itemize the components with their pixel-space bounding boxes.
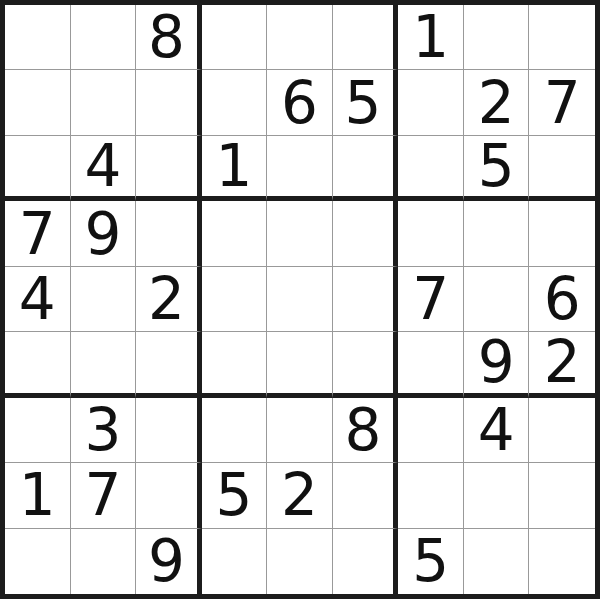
given-digit: 5 (345, 74, 382, 132)
given-digit: 5 (215, 466, 252, 524)
cell-r2c4[interactable] (202, 70, 268, 135)
given-digit: 4 (84, 137, 121, 195)
cell-r5c4[interactable] (202, 267, 268, 332)
cell-r3c9[interactable] (529, 136, 595, 201)
cell-r4c3[interactable] (136, 201, 202, 266)
cell-r3c2[interactable]: 4 (71, 136, 137, 201)
given-digit: 3 (84, 401, 121, 459)
given-digit: 7 (544, 74, 581, 132)
cell-r9c3[interactable]: 9 (136, 529, 202, 594)
cell-r7c3[interactable] (136, 398, 202, 463)
given-digit: 5 (412, 532, 449, 590)
cell-r5c8[interactable] (464, 267, 530, 332)
given-digit: 7 (412, 270, 449, 328)
cell-r6c3[interactable] (136, 332, 202, 397)
given-digit: 9 (84, 205, 121, 263)
cell-r7c7[interactable] (398, 398, 464, 463)
cell-r5c2[interactable] (71, 267, 137, 332)
cell-r1c9[interactable] (529, 5, 595, 70)
cell-r8c7[interactable] (398, 463, 464, 528)
cell-r9c7[interactable]: 5 (398, 529, 464, 594)
cell-r1c3[interactable]: 8 (136, 5, 202, 70)
cell-r5c9[interactable]: 6 (529, 267, 595, 332)
cell-r1c6[interactable] (333, 5, 399, 70)
given-digit: 5 (478, 137, 515, 195)
cell-r6c6[interactable] (333, 332, 399, 397)
cell-r2c6[interactable]: 5 (333, 70, 399, 135)
cell-r5c7[interactable]: 7 (398, 267, 464, 332)
given-digit: 9 (478, 333, 515, 391)
cell-r2c7[interactable] (398, 70, 464, 135)
cell-r6c2[interactable] (71, 332, 137, 397)
given-digit: 8 (345, 401, 382, 459)
cell-r9c4[interactable] (202, 529, 268, 594)
cell-r4c9[interactable] (529, 201, 595, 266)
given-digit: 4 (478, 401, 515, 459)
cell-r9c8[interactable] (464, 529, 530, 594)
cell-r8c2[interactable]: 7 (71, 463, 137, 528)
cell-r1c5[interactable] (267, 5, 333, 70)
cell-r5c6[interactable] (333, 267, 399, 332)
cell-r6c9[interactable]: 2 (529, 332, 595, 397)
cell-r7c5[interactable] (267, 398, 333, 463)
cell-r7c1[interactable] (5, 398, 71, 463)
cell-r9c6[interactable] (333, 529, 399, 594)
given-digit: 1 (412, 8, 449, 66)
cell-r8c4[interactable]: 5 (202, 463, 268, 528)
cell-r5c1[interactable]: 4 (5, 267, 71, 332)
given-digit: 2 (148, 270, 185, 328)
cell-r3c8[interactable]: 5 (464, 136, 530, 201)
cell-r4c7[interactable] (398, 201, 464, 266)
cell-r8c1[interactable]: 1 (5, 463, 71, 528)
cell-r6c7[interactable] (398, 332, 464, 397)
cell-r3c1[interactable] (5, 136, 71, 201)
cell-r3c7[interactable] (398, 136, 464, 201)
cell-r3c3[interactable] (136, 136, 202, 201)
cell-r2c1[interactable] (5, 70, 71, 135)
cell-r4c2[interactable]: 9 (71, 201, 137, 266)
cell-r7c6[interactable]: 8 (333, 398, 399, 463)
cell-r8c9[interactable] (529, 463, 595, 528)
cell-r6c5[interactable] (267, 332, 333, 397)
cell-r2c8[interactable]: 2 (464, 70, 530, 135)
given-digit: 9 (148, 532, 185, 590)
cell-r4c8[interactable] (464, 201, 530, 266)
cell-r6c1[interactable] (5, 332, 71, 397)
given-digit: 2 (478, 74, 515, 132)
cell-r3c6[interactable] (333, 136, 399, 201)
cell-r2c2[interactable] (71, 70, 137, 135)
given-digit: 2 (281, 466, 318, 524)
cell-r4c1[interactable]: 7 (5, 201, 71, 266)
cell-r8c5[interactable]: 2 (267, 463, 333, 528)
cell-r9c9[interactable] (529, 529, 595, 594)
sudoku-board: 81652741579427692384175295 (0, 0, 600, 599)
cell-r5c5[interactable] (267, 267, 333, 332)
given-digit: 7 (19, 205, 56, 263)
cell-r2c5[interactable]: 6 (267, 70, 333, 135)
cell-r6c4[interactable] (202, 332, 268, 397)
given-digit: 4 (19, 270, 56, 328)
given-digit: 2 (544, 333, 581, 391)
cell-r7c2[interactable]: 3 (71, 398, 137, 463)
cell-r3c4[interactable]: 1 (202, 136, 268, 201)
cell-r1c4[interactable] (202, 5, 268, 70)
cell-r4c6[interactable] (333, 201, 399, 266)
cell-r4c5[interactable] (267, 201, 333, 266)
cell-r1c1[interactable] (5, 5, 71, 70)
given-digit: 8 (148, 8, 185, 66)
cell-r1c2[interactable] (71, 5, 137, 70)
cell-r5c3[interactable]: 2 (136, 267, 202, 332)
cell-r9c5[interactable] (267, 529, 333, 594)
cell-r3c5[interactable] (267, 136, 333, 201)
cell-r1c8[interactable] (464, 5, 530, 70)
given-digit: 1 (215, 137, 252, 195)
cell-r8c3[interactable] (136, 463, 202, 528)
cell-r1c7[interactable]: 1 (398, 5, 464, 70)
cell-r2c9[interactable]: 7 (529, 70, 595, 135)
cell-r4c4[interactable] (202, 201, 268, 266)
cell-r7c4[interactable] (202, 398, 268, 463)
given-digit: 6 (281, 74, 318, 132)
given-digit: 7 (84, 466, 121, 524)
given-digit: 6 (544, 270, 581, 328)
cell-r8c6[interactable] (333, 463, 399, 528)
cell-r6c8[interactable]: 9 (464, 332, 530, 397)
cell-r2c3[interactable] (136, 70, 202, 135)
cell-r9c2[interactable] (71, 529, 137, 594)
cell-r9c1[interactable] (5, 529, 71, 594)
cell-r8c8[interactable] (464, 463, 530, 528)
given-digit: 1 (19, 466, 56, 524)
cell-r7c8[interactable]: 4 (464, 398, 530, 463)
cell-r7c9[interactable] (529, 398, 595, 463)
